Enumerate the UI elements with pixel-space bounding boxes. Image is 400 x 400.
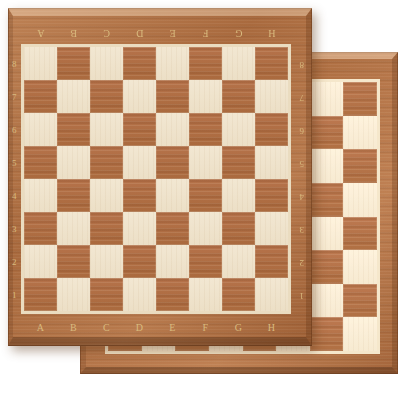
front-square-a5	[24, 146, 57, 179]
front-square-g7	[222, 80, 255, 113]
front-square-h5	[255, 146, 288, 179]
file-label-top-d: D	[123, 27, 156, 40]
front-square-b6	[57, 113, 90, 146]
back-square-r2c7	[343, 149, 377, 183]
front-square-a2	[24, 245, 57, 278]
front-square-f5	[189, 146, 222, 179]
front-board: AA88BB77CC66DD55EE44FF33GG22HH11	[8, 8, 312, 346]
back-square-r3c6	[310, 183, 344, 217]
front-square-e7	[156, 80, 189, 113]
front-square-e5	[156, 146, 189, 179]
front-square-g6	[222, 113, 255, 146]
front-square-h7	[255, 80, 288, 113]
front-square-a1	[24, 278, 57, 311]
front-square-h2	[255, 245, 288, 278]
rank-label-left-1: 1	[8, 289, 21, 302]
front-squares-grid	[24, 47, 288, 311]
rank-label-right-5: 5	[291, 157, 312, 170]
front-square-d6	[123, 113, 156, 146]
front-square-d8	[123, 47, 156, 80]
front-square-a4	[24, 179, 57, 212]
front-square-d7	[123, 80, 156, 113]
front-square-e1	[156, 278, 189, 311]
front-square-e2	[156, 245, 189, 278]
front-square-c1	[90, 278, 123, 311]
rank-label-left-3: 3	[8, 223, 21, 236]
front-square-c6	[90, 113, 123, 146]
front-square-d3	[123, 212, 156, 245]
front-square-e4	[156, 179, 189, 212]
front-square-b5	[57, 146, 90, 179]
file-label-bottom-a: A	[24, 321, 57, 334]
front-square-f4	[189, 179, 222, 212]
back-square-r1c7	[343, 116, 377, 150]
front-square-c8	[90, 47, 123, 80]
file-label-top-e: E	[156, 27, 189, 40]
front-square-b2	[57, 245, 90, 278]
back-square-r0c7	[343, 82, 377, 116]
front-square-c4	[90, 179, 123, 212]
front-square-b7	[57, 80, 90, 113]
front-square-h1	[255, 278, 288, 311]
file-label-top-g: G	[222, 27, 255, 40]
product-photo: AA88BB77CC66DD55EE44FF33GG22HH11	[0, 0, 400, 400]
file-label-top-f: F	[189, 27, 222, 40]
front-square-b8	[57, 47, 90, 80]
file-label-bottom-g: G	[222, 321, 255, 334]
back-square-r7c7	[343, 317, 377, 351]
rank-label-right-7: 7	[291, 91, 312, 104]
rank-label-left-7: 7	[8, 91, 21, 104]
front-square-h6	[255, 113, 288, 146]
front-square-e6	[156, 113, 189, 146]
front-square-d5	[123, 146, 156, 179]
front-square-f6	[189, 113, 222, 146]
front-square-c2	[90, 245, 123, 278]
rank-label-left-8: 8	[8, 58, 21, 71]
front-square-f2	[189, 245, 222, 278]
rank-label-left-2: 2	[8, 256, 21, 269]
back-square-r0c6	[310, 82, 344, 116]
front-square-c3	[90, 212, 123, 245]
rank-label-left-5: 5	[8, 157, 21, 170]
back-square-r2c6	[310, 149, 344, 183]
front-square-f3	[189, 212, 222, 245]
back-square-r5c7	[343, 250, 377, 284]
back-square-r4c6	[310, 217, 344, 251]
front-square-a8	[24, 47, 57, 80]
front-square-b1	[57, 278, 90, 311]
back-square-r6c6	[310, 284, 344, 318]
front-square-g1	[222, 278, 255, 311]
front-square-e3	[156, 212, 189, 245]
front-square-c7	[90, 80, 123, 113]
rank-label-right-3: 3	[291, 223, 312, 236]
front-square-f8	[189, 47, 222, 80]
back-square-r7c6	[310, 317, 344, 351]
file-label-top-b: B	[57, 27, 90, 40]
front-square-a3	[24, 212, 57, 245]
front-square-a7	[24, 80, 57, 113]
rank-label-right-8: 8	[291, 58, 312, 71]
front-square-b3	[57, 212, 90, 245]
back-square-r5c6	[310, 250, 344, 284]
back-square-r1c6	[310, 116, 344, 150]
front-square-d1	[123, 278, 156, 311]
front-square-g2	[222, 245, 255, 278]
rank-label-right-4: 4	[291, 190, 312, 203]
front-square-a6	[24, 113, 57, 146]
rank-label-left-4: 4	[8, 190, 21, 203]
file-label-bottom-e: E	[156, 321, 189, 334]
front-playfield	[21, 44, 291, 314]
back-square-r4c7	[343, 217, 377, 251]
file-label-bottom-b: B	[57, 321, 90, 334]
front-square-g5	[222, 146, 255, 179]
file-label-top-h: H	[255, 27, 288, 40]
back-square-r6c7	[343, 284, 377, 318]
file-label-bottom-d: D	[123, 321, 156, 334]
file-label-top-a: A	[24, 27, 57, 40]
front-square-h8	[255, 47, 288, 80]
front-square-h4	[255, 179, 288, 212]
front-square-e8	[156, 47, 189, 80]
front-square-g3	[222, 212, 255, 245]
rank-label-left-6: 6	[8, 124, 21, 137]
front-square-f1	[189, 278, 222, 311]
file-label-bottom-f: F	[189, 321, 222, 334]
file-label-bottom-c: C	[90, 321, 123, 334]
file-label-bottom-h: H	[255, 321, 288, 334]
rank-label-right-6: 6	[291, 124, 312, 137]
front-square-h3	[255, 212, 288, 245]
front-square-d2	[123, 245, 156, 278]
rank-label-right-1: 1	[291, 289, 312, 302]
file-label-top-c: C	[90, 27, 123, 40]
front-square-d4	[123, 179, 156, 212]
front-square-b4	[57, 179, 90, 212]
front-square-c5	[90, 146, 123, 179]
front-square-g4	[222, 179, 255, 212]
back-square-r3c7	[343, 183, 377, 217]
front-square-g8	[222, 47, 255, 80]
rank-label-right-2: 2	[291, 256, 312, 269]
front-square-f7	[189, 80, 222, 113]
